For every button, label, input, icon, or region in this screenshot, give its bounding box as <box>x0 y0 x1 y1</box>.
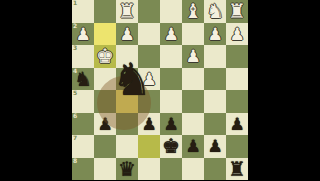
rank-label-6: 6 <box>73 113 77 119</box>
square-a4[interactable] <box>226 68 248 91</box>
square-d4[interactable] <box>160 68 182 91</box>
chess-board[interactable]: 1♜♝♞♜2♟♟♟♟♟3♚♟4♞♟56♟♟♟♟7♚♟♟8♛♜ <box>72 0 248 180</box>
white-pawn[interactable]: ♟ <box>119 23 134 46</box>
square-a3[interactable] <box>226 45 248 68</box>
white-bishop[interactable]: ♝ <box>184 0 202 23</box>
white-pawn[interactable]: ♟ <box>229 23 244 46</box>
black-pawn[interactable]: ♟ <box>97 113 112 136</box>
white-pawn[interactable]: ♟ <box>207 23 222 46</box>
white-rook[interactable]: ♜ <box>228 0 246 23</box>
square-c8[interactable] <box>182 158 204 181</box>
square-b8[interactable] <box>204 158 226 181</box>
square-d8[interactable] <box>160 158 182 181</box>
square-g1[interactable] <box>94 0 116 23</box>
square-a6[interactable]: ♟ <box>226 113 248 136</box>
square-e1[interactable] <box>138 0 160 23</box>
square-g8[interactable] <box>94 158 116 181</box>
square-h3[interactable]: 3 <box>72 45 94 68</box>
square-e8[interactable] <box>138 158 160 181</box>
square-f1[interactable]: ♜ <box>116 0 138 23</box>
square-a5[interactable] <box>226 90 248 113</box>
square-b2[interactable]: ♟ <box>204 23 226 46</box>
letterbox-left <box>0 0 72 180</box>
square-b5[interactable] <box>204 90 226 113</box>
square-d7[interactable]: ♚ <box>160 135 182 158</box>
square-a7[interactable] <box>226 135 248 158</box>
rank-label-5: 5 <box>73 90 77 96</box>
rank-label-1: 1 <box>73 0 77 6</box>
square-d2[interactable]: ♟ <box>160 23 182 46</box>
square-b7[interactable]: ♟ <box>204 135 226 158</box>
square-e6[interactable]: ♟ <box>138 113 160 136</box>
square-a8[interactable]: ♜ <box>226 158 248 181</box>
white-pawn[interactable]: ♟ <box>163 23 178 46</box>
black-pawn[interactable]: ♟ <box>185 135 200 158</box>
white-pawn[interactable]: ♟ <box>75 23 90 46</box>
square-a2[interactable]: ♟ <box>226 23 248 46</box>
square-f7[interactable] <box>116 135 138 158</box>
black-queen[interactable]: ♛ <box>118 158 136 181</box>
square-b4[interactable] <box>204 68 226 91</box>
square-f2[interactable]: ♟ <box>116 23 138 46</box>
square-b6[interactable] <box>204 113 226 136</box>
white-rook[interactable]: ♜ <box>118 0 136 23</box>
black-pawn[interactable]: ♟ <box>163 113 178 136</box>
square-c6[interactable] <box>182 113 204 136</box>
black-king[interactable]: ♚ <box>162 135 180 158</box>
square-d6[interactable]: ♟ <box>160 113 182 136</box>
rank-label-4: 4 <box>73 68 77 74</box>
square-h4[interactable]: 4♞ <box>72 68 94 91</box>
square-g7[interactable] <box>94 135 116 158</box>
white-pawn[interactable]: ♟ <box>185 45 200 68</box>
square-b3[interactable] <box>204 45 226 68</box>
rank-label-7: 7 <box>73 135 77 141</box>
square-e7[interactable] <box>138 135 160 158</box>
rank-label-8: 8 <box>73 158 77 164</box>
video-frame: 1♜♝♞♜2♟♟♟♟♟3♚♟4♞♟56♟♟♟♟7♚♟♟8♛♜ ♞ <box>0 0 320 180</box>
square-h1[interactable]: 1 <box>72 0 94 23</box>
letterbox-right <box>248 0 320 180</box>
square-f8[interactable]: ♛ <box>116 158 138 181</box>
square-g2[interactable] <box>94 23 116 46</box>
square-h6[interactable]: 6 <box>72 113 94 136</box>
black-pawn[interactable]: ♟ <box>207 135 222 158</box>
square-c1[interactable]: ♝ <box>182 0 204 23</box>
square-e2[interactable] <box>138 23 160 46</box>
dragged-black-knight[interactable]: ♞ <box>112 57 152 102</box>
square-a1[interactable]: ♜ <box>226 0 248 23</box>
black-rook[interactable]: ♜ <box>228 158 246 181</box>
rank-label-2: 2 <box>73 23 77 29</box>
square-g6[interactable]: ♟ <box>94 113 116 136</box>
square-b1[interactable]: ♞ <box>204 0 226 23</box>
square-c5[interactable] <box>182 90 204 113</box>
white-knight[interactable]: ♞ <box>206 0 224 23</box>
rank-label-3: 3 <box>73 45 77 51</box>
square-f6[interactable] <box>116 113 138 136</box>
square-c4[interactable] <box>182 68 204 91</box>
square-d1[interactable] <box>160 0 182 23</box>
square-c7[interactable]: ♟ <box>182 135 204 158</box>
square-h7[interactable]: 7 <box>72 135 94 158</box>
black-pawn[interactable]: ♟ <box>229 113 244 136</box>
square-h2[interactable]: 2♟ <box>72 23 94 46</box>
square-d3[interactable] <box>160 45 182 68</box>
square-c2[interactable] <box>182 23 204 46</box>
square-h8[interactable]: 8 <box>72 158 94 181</box>
square-c3[interactable]: ♟ <box>182 45 204 68</box>
square-h5[interactable]: 5 <box>72 90 94 113</box>
black-pawn[interactable]: ♟ <box>141 113 156 136</box>
square-d5[interactable] <box>160 90 182 113</box>
